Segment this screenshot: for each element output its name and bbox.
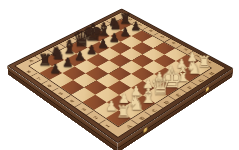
chess-set-photo: ABCDEFGH ABCDEFGH 87654321 87654321 ♜♞♝♛… — [0, 0, 239, 150]
chess-board: ABCDEFGH ABCDEFGH 87654321 87654321 ♜♞♝♛… — [7, 9, 233, 144]
board-surface: ABCDEFGH ABCDEFGH 87654321 87654321 ♜♞♝♛… — [7, 9, 233, 144]
brass-clasp — [205, 86, 209, 92]
brass-clasp — [143, 127, 147, 134]
squares-grid: ♜♞♝♛♚♝♞♜♟♟♟♟♟♟♟♟♟♟♟♟♟♟♟♟♜♞♝♛♚♝♞♜ — [28, 18, 212, 127]
square-g4 — [142, 48, 164, 61]
